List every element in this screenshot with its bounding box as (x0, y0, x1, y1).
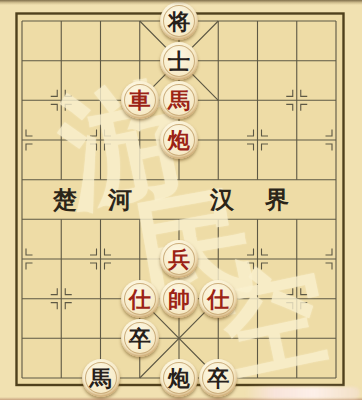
piece-black-soldier-right[interactable]: 卒 (199, 359, 237, 397)
piece-black-cannon[interactable]: 炮 (160, 359, 198, 397)
xiangqi-screenshot: 游 民 空 楚 河 汉 界 将 士 車 馬 炮 兵 仕 帥 仕 卒 馬 炮 卒 (0, 0, 362, 400)
piece-red-soldier[interactable]: 兵 (160, 240, 198, 278)
top-edge-shadow (0, 0, 362, 5)
logo-watermark-streak (245, 387, 360, 399)
river-char-chu: 楚 (49, 186, 81, 214)
river-char-han: 汉 (206, 186, 238, 214)
piece-black-advisor[interactable]: 士 (160, 42, 198, 80)
piece-red-cannon[interactable]: 炮 (160, 121, 198, 159)
river-char-jie: 界 (261, 186, 293, 214)
piece-black-soldier-left[interactable]: 卒 (121, 319, 159, 357)
piece-black-horse[interactable]: 馬 (82, 359, 120, 397)
piece-red-general[interactable]: 帥 (160, 280, 198, 318)
piece-red-chariot[interactable]: 車 (121, 81, 159, 119)
piece-red-advisor-right[interactable]: 仕 (199, 280, 237, 318)
piece-red-advisor-left[interactable]: 仕 (121, 280, 159, 318)
piece-black-general[interactable]: 将 (160, 2, 198, 40)
river-char-he: 河 (104, 186, 136, 214)
